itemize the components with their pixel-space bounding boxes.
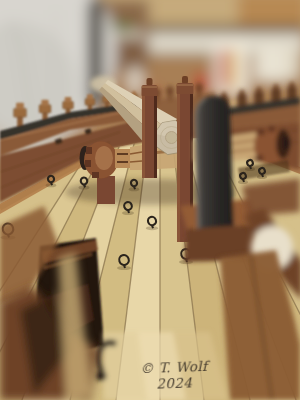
bow-timberhead	[166, 86, 174, 96]
ringbolt-stem	[243, 179, 244, 182]
bitt-finial-nub	[147, 78, 153, 86]
timberhead-tip	[87, 94, 93, 99]
poster-yellow-stripe	[230, 50, 237, 88]
timberhead-cap	[14, 108, 27, 117]
gear-notch-r	[256, 155, 263, 161]
wall-card	[288, 48, 300, 78]
starboard-timberhead-tip	[290, 82, 295, 87]
ringbolt-stem	[262, 174, 263, 177]
curtain-rod	[140, 25, 300, 32]
ringbolt-stem	[128, 210, 129, 213]
gear-notch	[92, 172, 99, 178]
windlass-support-post	[97, 176, 115, 204]
timberhead-tip	[65, 97, 72, 102]
ringbolt-stem	[84, 184, 85, 187]
bitt-finial-nub-2	[182, 76, 188, 84]
bow-timberhead-stem	[169, 95, 172, 101]
post-shade	[154, 96, 157, 178]
timberhead-cap	[63, 101, 74, 109]
timberhead-cap	[85, 98, 95, 105]
chimney	[195, 96, 234, 234]
gear-notch	[86, 147, 92, 154]
hook-end	[96, 371, 107, 381]
gear-notch	[85, 160, 91, 167]
ringbolt-stem	[124, 265, 125, 268]
framed-poster	[255, 45, 289, 81]
ceiling-corner	[238, 0, 300, 28]
post-highlight-2	[177, 94, 180, 242]
bow-timberhead-stem	[198, 92, 201, 98]
poster-red-stripe	[220, 50, 227, 88]
starboard-timberhead-tip	[222, 92, 227, 97]
starboard-timberhead-tip	[274, 85, 279, 90]
windlass-barrel-left	[130, 145, 142, 170]
photo-svg	[0, 0, 300, 400]
ringbolt-stem	[51, 182, 52, 185]
face-ring-center	[166, 132, 178, 144]
ringbolt-stem	[134, 186, 135, 189]
white-figure	[126, 66, 144, 94]
green-box-2	[122, 21, 132, 33]
timberhead-cap	[39, 105, 51, 113]
photo-stage: © T. Wolf 2024	[0, 0, 300, 400]
windlass-barrel-right	[229, 132, 256, 161]
ringbolt-stem	[250, 166, 251, 169]
gear-notch-r	[268, 126, 275, 132]
timberhead-tip	[41, 100, 48, 106]
ringbolt-stem	[152, 225, 153, 228]
gear-hub	[95, 146, 113, 170]
gear-end-cap	[284, 135, 291, 151]
starboard-timberhead-tip	[257, 87, 262, 92]
lamp-stand-top	[90, 0, 101, 7]
timberhead-tip	[16, 103, 24, 109]
gear-notch-r	[258, 129, 265, 135]
post-highlight	[142, 96, 145, 178]
bow-timberhead	[195, 83, 203, 93]
windlass-square-shaft	[115, 149, 130, 168]
starboard-timberhead-tip	[240, 90, 245, 95]
